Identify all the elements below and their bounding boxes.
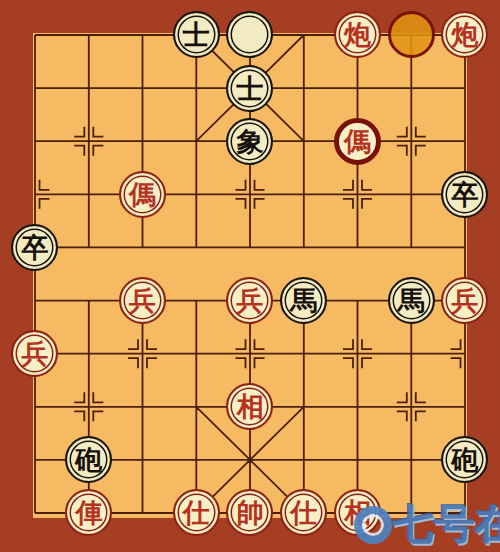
piece-glyph: 傌 — [129, 181, 156, 208]
red-chariot[interactable]: 俥 — [65, 489, 112, 536]
red-general[interactable]: 帥 — [226, 489, 273, 536]
piece-glyph: 兵 — [236, 287, 263, 314]
black-cannon[interactable]: 砲 — [441, 436, 488, 483]
black-horse[interactable]: 馬 — [388, 277, 435, 324]
red-cannon[interactable]: 炮 — [334, 11, 381, 58]
black-cannon[interactable]: 砲 — [65, 436, 112, 483]
piece-glyph: 仕 — [183, 499, 210, 526]
highlight-marker[interactable] — [388, 11, 435, 58]
piece-glyph: 馬 — [290, 287, 317, 314]
piece-glyph: 士 — [183, 21, 210, 48]
piece-glyph: 兵 — [21, 340, 48, 367]
red-soldier[interactable]: 兵 — [119, 277, 166, 324]
red-elephant[interactable]: 相 — [226, 383, 273, 430]
red-advisor[interactable]: 仕 — [280, 489, 327, 536]
piece-glyph: 卒 — [451, 181, 478, 208]
black-blank-piece[interactable] — [226, 11, 273, 58]
piece-glyph: 俥 — [75, 499, 102, 526]
piece-glyph: 砲 — [75, 446, 102, 473]
piece-glyph: 兵 — [129, 287, 156, 314]
red-cannon[interactable]: 炮 — [441, 11, 488, 58]
red-soldier[interactable]: 兵 — [226, 277, 273, 324]
black-soldier[interactable]: 卒 — [441, 171, 488, 218]
black-advisor[interactable]: 士 — [173, 11, 220, 58]
red-soldier[interactable]: 兵 — [11, 330, 58, 377]
piece-glyph: 砲 — [451, 446, 478, 473]
black-soldier[interactable]: 卒 — [11, 224, 58, 271]
piece-glyph: 傌 — [344, 128, 371, 155]
piece-glyph: 卒 — [21, 234, 48, 261]
red-soldier[interactable]: 兵 — [441, 277, 488, 324]
black-elephant[interactable]: 象 — [226, 118, 273, 165]
black-advisor[interactable]: 士 — [226, 65, 273, 112]
red-horse[interactable]: 傌 — [119, 171, 166, 218]
red-advisor[interactable]: 仕 — [173, 489, 220, 536]
red-horse[interactable]: 傌 — [334, 118, 381, 165]
piece-glyph: 馬 — [398, 287, 425, 314]
piece-glyph: 相 — [236, 393, 263, 420]
watermark: 七号在线 — [354, 497, 500, 552]
watermark-logo-icon — [354, 506, 392, 544]
piece-glyph: 炮 — [344, 21, 371, 48]
piece-glyph: 炮 — [451, 21, 478, 48]
piece-glyph: 帥 — [236, 499, 263, 526]
piece-glyph: 仕 — [290, 499, 317, 526]
piece-glyph: 士 — [236, 75, 263, 102]
piece-glyph: 象 — [236, 128, 263, 155]
xiangqi-board: 士炮炮士象傌傌卒卒兵兵馬馬兵兵相砲砲俥仕帥仕相 — [8, 8, 492, 539]
watermark-text: 七号在线 — [393, 497, 500, 552]
piece-glyph: 兵 — [451, 287, 478, 314]
black-horse[interactable]: 馬 — [280, 277, 327, 324]
